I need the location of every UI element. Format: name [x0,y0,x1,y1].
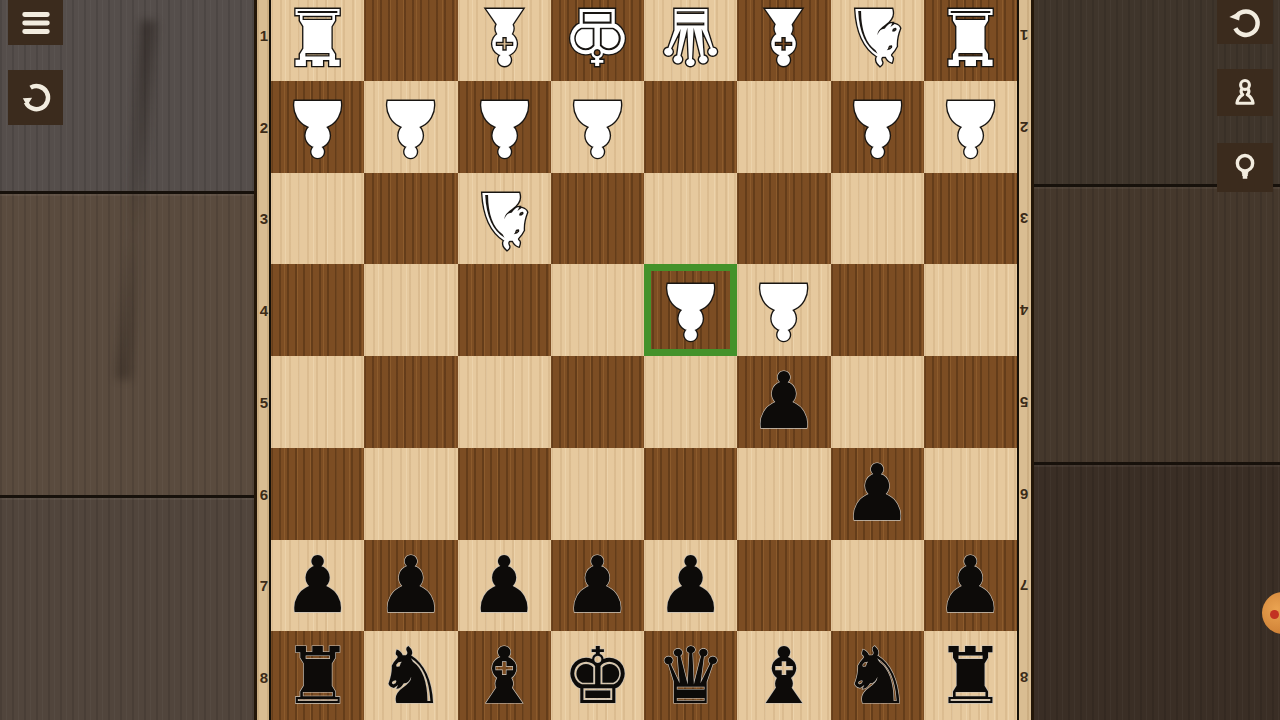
plank-seam [0,495,254,498]
square-h3[interactable] [271,173,364,265]
square-c5[interactable]: ♟ [737,356,830,448]
square-h5[interactable] [271,356,364,448]
square-f2[interactable]: ♟ [458,81,551,173]
square-e8[interactable]: ♚ [551,631,644,720]
piece-bP-h7[interactable]: ♟ [271,540,364,632]
square-e7[interactable]: ♟ [551,540,644,632]
piece-wB-c1[interactable]: ♝ [737,0,830,81]
piece-bR-h8[interactable]: ♜ [271,631,364,720]
piece-bK-e8[interactable]: ♚ [551,631,644,720]
square-d4[interactable]: ♟ [644,264,737,356]
piece-bP-a7[interactable]: ♟ [924,540,1017,632]
square-c7[interactable] [737,540,830,632]
square-f5[interactable] [458,356,551,448]
chess-board: ♜♝♚♛♝♞♜♟♟♟♟♟♟♞♟♟♟♟♟♟♟♟♟♟♜♞♝♚♛♝♞♜ 1234567… [254,0,1034,720]
square-e6[interactable] [551,448,644,540]
piece-bP-f7[interactable]: ♟ [458,540,551,632]
rank-label-right-8: 8 [1017,669,1031,686]
square-a5[interactable] [924,356,1017,448]
rank-label-right-1: 1 [1017,26,1031,43]
piece-bP-c5[interactable]: ♟ [737,356,830,448]
piece-wP-a2[interactable]: ♟ [924,81,1017,173]
square-a3[interactable] [924,173,1017,265]
square-c3[interactable] [737,173,830,265]
square-g2[interactable]: ♟ [364,81,457,173]
piece-wP-f2[interactable]: ♟ [458,81,551,173]
square-f1[interactable]: ♝ [458,0,551,81]
piece-wP-c4[interactable]: ♟ [737,264,830,356]
square-d8[interactable]: ♛ [644,631,737,720]
pieces-button[interactable] [1217,69,1273,116]
menu-button[interactable] [8,0,63,45]
rank-label-right-2: 2 [1017,118,1031,135]
square-g3[interactable] [364,173,457,265]
square-b5[interactable] [831,356,924,448]
hamburger-icon [17,6,55,40]
piece-wR-a1[interactable]: ♜ [924,0,1017,81]
square-g4[interactable] [364,264,457,356]
square-f4[interactable] [458,264,551,356]
piece-wP-b2[interactable]: ♟ [831,81,924,173]
square-a7[interactable]: ♟ [924,540,1017,632]
square-a8[interactable]: ♜ [924,631,1017,720]
piece-bB-f8[interactable]: ♝ [458,631,551,720]
square-c8[interactable]: ♝ [737,631,830,720]
rank-label-left-4: 4 [257,302,271,319]
square-d1[interactable]: ♛ [644,0,737,81]
square-d2[interactable] [644,81,737,173]
square-f7[interactable]: ♟ [458,540,551,632]
piece-wR-h1[interactable]: ♜ [271,0,364,81]
square-b6[interactable]: ♟ [831,448,924,540]
square-f6[interactable] [458,448,551,540]
piece-bN-g8[interactable]: ♞ [364,631,457,720]
square-h7[interactable]: ♟ [271,540,364,632]
piece-bP-b6[interactable]: ♟ [831,448,924,540]
rank-label-left-3: 3 [257,210,271,227]
square-h2[interactable]: ♟ [271,81,364,173]
square-a4[interactable] [924,264,1017,356]
square-g7[interactable]: ♟ [364,540,457,632]
lightbulb-icon [1228,151,1262,185]
square-h6[interactable] [271,448,364,540]
square-d6[interactable] [644,448,737,540]
square-b8[interactable]: ♞ [831,631,924,720]
square-c2[interactable] [737,81,830,173]
square-d3[interactable] [644,173,737,265]
board-squares-grid: ♜♝♚♛♝♞♜♟♟♟♟♟♟♞♟♟♟♟♟♟♟♟♟♟♜♞♝♚♛♝♞♜ [269,0,1019,720]
rank-label-left-6: 6 [257,485,271,502]
piece-wB-f1[interactable]: ♝ [458,0,551,81]
square-f3[interactable]: ♞ [458,173,551,265]
square-g1[interactable] [364,0,457,81]
fruit-dot [1270,610,1279,619]
square-e3[interactable] [551,173,644,265]
rotate-ccw-icon [18,80,54,116]
piece-wN-b1[interactable]: ♞ [831,0,924,81]
square-e2[interactable]: ♟ [551,81,644,173]
piece-bP-e7[interactable]: ♟ [551,540,644,632]
plank-seam [0,191,254,194]
rank-label-left-1: 1 [257,26,271,43]
plank-seam [1034,462,1280,465]
square-c6[interactable] [737,448,830,540]
piece-bP-d7[interactable]: ♟ [644,540,737,632]
square-c1[interactable]: ♝ [737,0,830,81]
piece-wK-e1[interactable]: ♚ [551,0,644,81]
square-b3[interactable] [831,173,924,265]
square-c4[interactable]: ♟ [737,264,830,356]
square-e5[interactable] [551,356,644,448]
square-f8[interactable]: ♝ [458,631,551,720]
square-a6[interactable] [924,448,1017,540]
square-e1[interactable]: ♚ [551,0,644,81]
piece-wP-e2[interactable]: ♟ [551,81,644,173]
square-b1[interactable]: ♞ [831,0,924,81]
square-g8[interactable]: ♞ [364,631,457,720]
square-g6[interactable] [364,448,457,540]
square-h8[interactable]: ♜ [271,631,364,720]
rank-label-left-8: 8 [257,669,271,686]
square-e4[interactable] [551,264,644,356]
piece-wP-d4[interactable]: ♟ [644,264,737,356]
piece-bR-a8[interactable]: ♜ [924,631,1017,720]
square-h1[interactable]: ♜ [271,0,364,81]
piece-wP-g2[interactable]: ♟ [364,81,457,173]
square-g5[interactable] [364,356,457,448]
rank-label-right-5: 5 [1017,393,1031,410]
rank-label-right-3: 3 [1017,210,1031,227]
piece-bB-c8[interactable]: ♝ [737,631,830,720]
square-b4[interactable] [831,264,924,356]
undo-arrow-icon [1227,4,1263,40]
rank-label-right-6: 6 [1017,485,1031,502]
rank-label-left-2: 2 [257,118,271,135]
square-a2[interactable]: ♟ [924,81,1017,173]
piece-bQ-d8[interactable]: ♛ [644,631,737,720]
undo-button[interactable] [1217,0,1273,44]
piece-bP-g7[interactable]: ♟ [364,540,457,632]
square-a1[interactable]: ♜ [924,0,1017,81]
rank-label-right-4: 4 [1017,302,1031,319]
rank-label-left-7: 7 [257,577,271,594]
square-b2[interactable]: ♟ [831,81,924,173]
square-d7[interactable]: ♟ [644,540,737,632]
rank-label-right-7: 7 [1017,577,1031,594]
pawn-outline-icon [1228,76,1262,110]
rank-label-left-5: 5 [257,393,271,410]
square-h4[interactable] [271,264,364,356]
hint-button[interactable] [1217,143,1273,192]
piece-wN-f3[interactable]: ♞ [458,173,551,265]
piece-wQ-d1[interactable]: ♛ [644,0,737,81]
piece-wP-h2[interactable]: ♟ [271,81,364,173]
restart-button[interactable] [8,70,63,125]
square-b7[interactable] [831,540,924,632]
piece-bN-b8[interactable]: ♞ [831,631,924,720]
square-d5[interactable] [644,356,737,448]
